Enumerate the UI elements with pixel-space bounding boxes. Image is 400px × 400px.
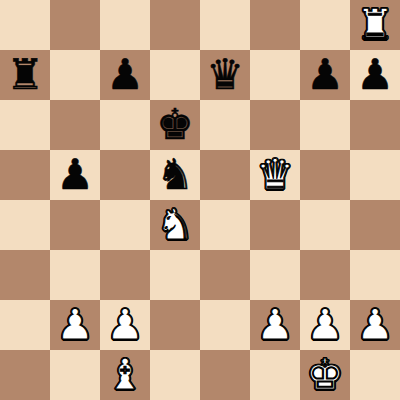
square-e1[interactable] — [200, 350, 250, 400]
square-a8[interactable] — [0, 0, 50, 50]
square-d1[interactable] — [150, 350, 200, 400]
white-pawn-icon: ♟ — [56, 300, 94, 350]
square-c2[interactable]: ♟ — [100, 300, 150, 350]
square-f8[interactable] — [250, 0, 300, 50]
white-king-icon: ♚ — [306, 350, 344, 400]
square-a6[interactable] — [0, 100, 50, 150]
square-g6[interactable] — [300, 100, 350, 150]
square-f2[interactable]: ♟ — [250, 300, 300, 350]
square-c6[interactable] — [100, 100, 150, 150]
square-d4[interactable]: ♞ — [150, 200, 200, 250]
square-h2[interactable]: ♟ — [350, 300, 400, 350]
square-e7[interactable]: ♛ — [200, 50, 250, 100]
black-rook-icon: ♜ — [6, 50, 44, 100]
square-f4[interactable] — [250, 200, 300, 250]
square-g4[interactable] — [300, 200, 350, 250]
square-d6[interactable]: ♚ — [150, 100, 200, 150]
square-h3[interactable] — [350, 250, 400, 300]
square-a2[interactable] — [0, 300, 50, 350]
square-e2[interactable] — [200, 300, 250, 350]
square-d5[interactable]: ♞ — [150, 150, 200, 200]
white-pawn-icon: ♟ — [256, 300, 294, 350]
black-pawn-icon: ♟ — [306, 50, 344, 100]
white-knight-icon: ♞ — [156, 200, 194, 250]
square-h5[interactable] — [350, 150, 400, 200]
square-h8[interactable]: ♜ — [350, 0, 400, 50]
square-c4[interactable] — [100, 200, 150, 250]
square-f3[interactable] — [250, 250, 300, 300]
square-a3[interactable] — [0, 250, 50, 300]
black-queen-icon: ♛ — [206, 50, 244, 100]
square-h4[interactable] — [350, 200, 400, 250]
square-c1[interactable]: ♝ — [100, 350, 150, 400]
square-c8[interactable] — [100, 0, 150, 50]
square-b2[interactable]: ♟ — [50, 300, 100, 350]
square-a5[interactable] — [0, 150, 50, 200]
black-pawn-icon: ♟ — [106, 50, 144, 100]
square-h6[interactable] — [350, 100, 400, 150]
square-f5[interactable]: ♛ — [250, 150, 300, 200]
square-b1[interactable] — [50, 350, 100, 400]
square-e3[interactable] — [200, 250, 250, 300]
square-h1[interactable] — [350, 350, 400, 400]
square-e8[interactable] — [200, 0, 250, 50]
white-bishop-icon: ♝ — [106, 350, 144, 400]
square-d2[interactable] — [150, 300, 200, 350]
square-g3[interactable] — [300, 250, 350, 300]
square-b6[interactable] — [50, 100, 100, 150]
white-rook-icon: ♜ — [356, 0, 394, 50]
white-pawn-icon: ♟ — [356, 300, 394, 350]
square-b8[interactable] — [50, 0, 100, 50]
square-e5[interactable] — [200, 150, 250, 200]
black-king-icon: ♚ — [156, 100, 194, 150]
square-d7[interactable] — [150, 50, 200, 100]
square-c7[interactable]: ♟ — [100, 50, 150, 100]
square-h7[interactable]: ♟ — [350, 50, 400, 100]
white-queen-icon: ♛ — [256, 150, 294, 200]
square-b3[interactable] — [50, 250, 100, 300]
square-b7[interactable] — [50, 50, 100, 100]
square-a7[interactable]: ♜ — [0, 50, 50, 100]
square-c3[interactable] — [100, 250, 150, 300]
square-g5[interactable] — [300, 150, 350, 200]
square-a1[interactable] — [0, 350, 50, 400]
square-e6[interactable] — [200, 100, 250, 150]
black-knight-icon: ♞ — [156, 150, 194, 200]
black-pawn-icon: ♟ — [56, 150, 94, 200]
chess-board: ♜♜♟♛♟♟♚♟♞♛♞♟♟♟♟♟♝♚ — [0, 0, 400, 400]
square-b5[interactable]: ♟ — [50, 150, 100, 200]
square-a4[interactable] — [0, 200, 50, 250]
square-c5[interactable] — [100, 150, 150, 200]
square-d3[interactable] — [150, 250, 200, 300]
square-e4[interactable] — [200, 200, 250, 250]
square-f6[interactable] — [250, 100, 300, 150]
square-b4[interactable] — [50, 200, 100, 250]
black-pawn-icon: ♟ — [356, 50, 394, 100]
square-g8[interactable] — [300, 0, 350, 50]
square-g1[interactable]: ♚ — [300, 350, 350, 400]
white-pawn-icon: ♟ — [306, 300, 344, 350]
square-g7[interactable]: ♟ — [300, 50, 350, 100]
square-f7[interactable] — [250, 50, 300, 100]
square-g2[interactable]: ♟ — [300, 300, 350, 350]
white-pawn-icon: ♟ — [106, 300, 144, 350]
square-d8[interactable] — [150, 0, 200, 50]
square-f1[interactable] — [250, 350, 300, 400]
